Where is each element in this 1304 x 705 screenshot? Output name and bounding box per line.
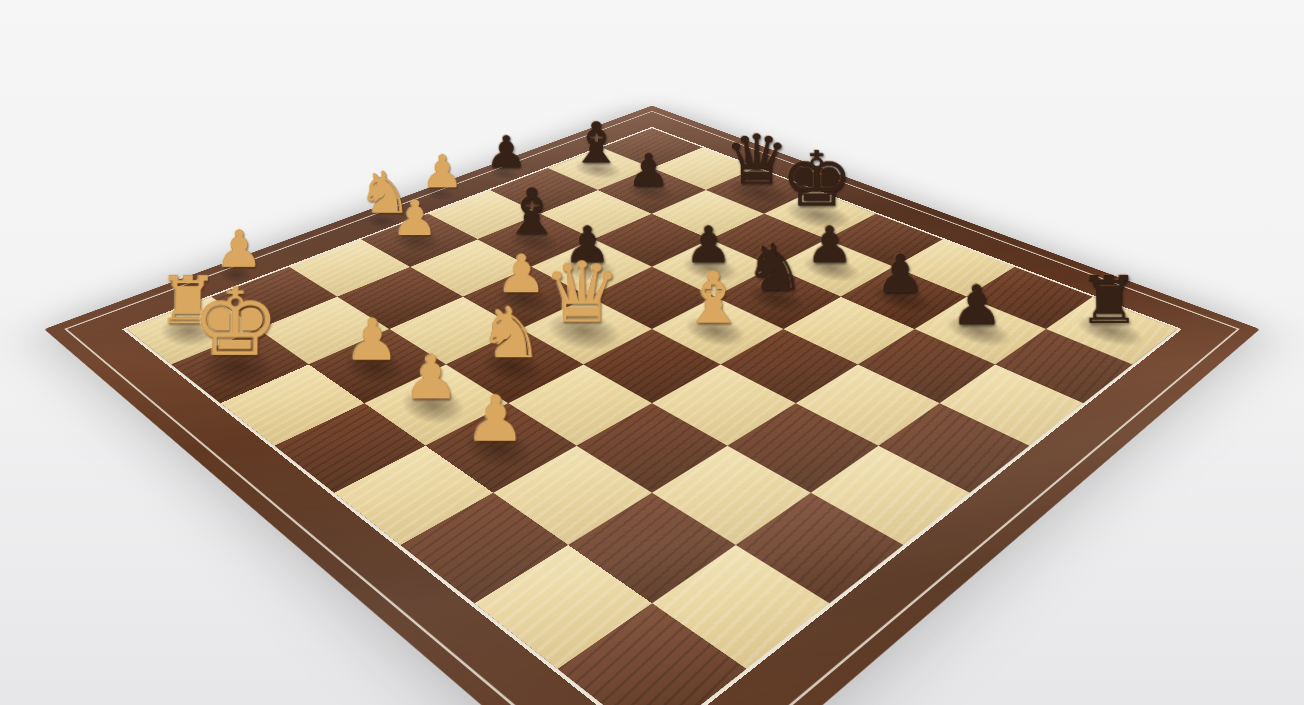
piece-black-pawn[interactable]: ♟ [627, 149, 670, 191]
square-a3[interactable] [736, 492, 904, 603]
piece-white-pawn[interactable]: ♟ [345, 313, 400, 366]
piece-black-knight[interactable]: ♞ [744, 239, 806, 298]
piece-white-knight[interactable]: ♞ [477, 301, 544, 366]
piece-white-pawn[interactable]: ♟ [392, 196, 439, 241]
piece-white-bishop[interactable]: ♝ [680, 265, 748, 331]
square-c6[interactable] [783, 296, 914, 364]
piece-white-pawn[interactable]: ♟ [214, 226, 263, 273]
piece-white-pawn[interactable]: ♟ [497, 249, 547, 298]
square-h3[interactable] [289, 239, 410, 296]
piece-white-king[interactable]: ♚ [190, 280, 280, 367]
piece-white-queen[interactable]: ♛ [542, 254, 622, 331]
piece-black-king[interactable]: ♚ [780, 144, 853, 214]
piece-black-pawn[interactable]: ♟ [951, 280, 1004, 331]
piece-black-pawn[interactable]: ♟ [806, 221, 854, 268]
piece-black-pawn[interactable]: ♟ [485, 132, 527, 172]
scene: ♛♚♜♝♟♟♟♟♟♞♝♟♝♟♟♛♞♟♟♟♜♚ ♟♟♞♟ [0, 0, 1304, 705]
piece-black-bishop[interactable]: ♝ [570, 117, 624, 169]
piece-white-pawn[interactable]: ♟ [403, 349, 461, 405]
piece-white-pawn[interactable]: ♟ [420, 151, 463, 193]
piece-white-pawn[interactable]: ♟ [466, 389, 526, 448]
piece-black-bishop[interactable]: ♝ [502, 182, 562, 240]
piece-black-pawn[interactable]: ♟ [875, 249, 926, 298]
board-grid: ♛♚♜♝♟♟♟♟♟♞♝♟♝♟♟♛♞♟♟♟♜♚ [127, 128, 1178, 705]
chess-board: ♛♚♜♝♟♟♟♟♟♞♝♟♝♟♟♛♞♟♟♟♜♚ ♟♟♞♟ [44, 105, 1260, 705]
piece-black-rook[interactable]: ♜ [1077, 270, 1140, 330]
square-b2[interactable] [568, 492, 736, 603]
